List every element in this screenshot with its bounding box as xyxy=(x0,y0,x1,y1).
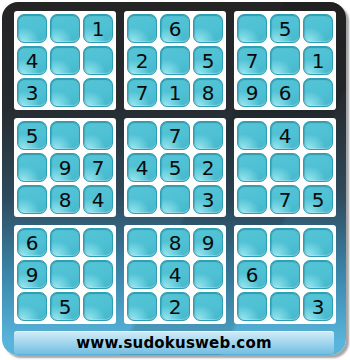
sudoku-cell[interactable] xyxy=(17,14,47,43)
website-url: www.sudokusweb.com xyxy=(76,334,271,352)
sudoku-cell[interactable] xyxy=(303,14,333,43)
sudoku-cell[interactable] xyxy=(160,185,190,214)
sudoku-cell[interactable] xyxy=(160,46,190,75)
sudoku-cell[interactable] xyxy=(303,153,333,182)
sudoku-cell[interactable] xyxy=(193,292,223,321)
sudoku-cell[interactable] xyxy=(270,153,300,182)
sudoku-box: 695 xyxy=(14,225,116,324)
sudoku-cell[interactable] xyxy=(127,260,157,289)
sudoku-cell-given[interactable]: 8 xyxy=(193,78,223,107)
sudoku-box: 57196 xyxy=(234,11,336,110)
sudoku-cell[interactable] xyxy=(237,121,267,150)
sudoku-cell[interactable] xyxy=(237,185,267,214)
sudoku-cell-given[interactable]: 3 xyxy=(303,292,333,321)
sudoku-cell-given[interactable]: 1 xyxy=(83,14,113,43)
sudoku-cell[interactable] xyxy=(270,260,300,289)
sudoku-cell-given[interactable]: 6 xyxy=(237,260,267,289)
sudoku-cell[interactable] xyxy=(50,228,80,257)
board-frame: 143625718571965978474523475695894263 www… xyxy=(2,2,346,355)
sudoku-cell[interactable] xyxy=(83,121,113,150)
sudoku-cell-given[interactable]: 4 xyxy=(83,185,113,214)
sudoku-cell[interactable] xyxy=(50,78,80,107)
sudoku-cell[interactable] xyxy=(237,292,267,321)
sudoku-cell-given[interactable]: 5 xyxy=(303,185,333,214)
sudoku-cell[interactable] xyxy=(270,46,300,75)
sudoku-cell[interactable] xyxy=(237,153,267,182)
sudoku-cell-given[interactable]: 2 xyxy=(193,153,223,182)
sudoku-cell[interactable] xyxy=(127,121,157,150)
footer-bar: www.sudokusweb.com xyxy=(14,331,334,354)
sudoku-cell-given[interactable]: 6 xyxy=(270,78,300,107)
sudoku-cell[interactable] xyxy=(303,228,333,257)
sudoku-cell[interactable] xyxy=(127,185,157,214)
sudoku-cell-given[interactable]: 1 xyxy=(160,78,190,107)
sudoku-cell[interactable] xyxy=(50,260,80,289)
sudoku-cell-given[interactable]: 4 xyxy=(160,260,190,289)
sudoku-cell[interactable] xyxy=(83,292,113,321)
sudoku-cell[interactable] xyxy=(50,14,80,43)
sudoku-cell[interactable] xyxy=(303,260,333,289)
sudoku-cell[interactable] xyxy=(127,14,157,43)
sudoku-cell-given[interactable]: 7 xyxy=(237,46,267,75)
sudoku-cell-given[interactable]: 7 xyxy=(83,153,113,182)
sudoku-cell[interactable] xyxy=(237,228,267,257)
sudoku-cell[interactable] xyxy=(17,153,47,182)
sudoku-box: 625718 xyxy=(124,11,226,110)
sudoku-cell-given[interactable]: 8 xyxy=(50,185,80,214)
sudoku-box: 143 xyxy=(14,11,116,110)
sudoku-cell-given[interactable]: 8 xyxy=(160,228,190,257)
sudoku-cell[interactable] xyxy=(83,228,113,257)
sudoku-cell[interactable] xyxy=(83,260,113,289)
sudoku-cell[interactable] xyxy=(270,228,300,257)
sudoku-cell[interactable] xyxy=(270,292,300,321)
sudoku-cell[interactable] xyxy=(193,121,223,150)
sudoku-cell-given[interactable]: 2 xyxy=(127,46,157,75)
sudoku-widget: 143625718571965978474523475695894263 www… xyxy=(0,0,350,360)
sudoku-cell[interactable] xyxy=(50,121,80,150)
sudoku-cell[interactable] xyxy=(83,46,113,75)
sudoku-cell[interactable] xyxy=(303,121,333,150)
sudoku-cell[interactable] xyxy=(303,78,333,107)
sudoku-board: 143625718571965978474523475695894263 xyxy=(14,11,334,324)
sudoku-box: 59784 xyxy=(14,118,116,217)
sudoku-cell[interactable] xyxy=(193,14,223,43)
sudoku-box: 63 xyxy=(234,225,336,324)
sudoku-cell[interactable] xyxy=(50,46,80,75)
sudoku-box: 8942 xyxy=(124,225,226,324)
sudoku-cell-given[interactable]: 5 xyxy=(17,121,47,150)
sudoku-cell-given[interactable]: 9 xyxy=(50,153,80,182)
sudoku-cell-given[interactable]: 9 xyxy=(17,260,47,289)
sudoku-cell-given[interactable]: 2 xyxy=(160,292,190,321)
sudoku-cell-given[interactable]: 1 xyxy=(303,46,333,75)
sudoku-cell[interactable] xyxy=(83,78,113,107)
sudoku-cell-given[interactable]: 4 xyxy=(17,46,47,75)
sudoku-cell-given[interactable]: 5 xyxy=(50,292,80,321)
sudoku-cell-given[interactable]: 5 xyxy=(160,153,190,182)
sudoku-cell-given[interactable]: 7 xyxy=(160,121,190,150)
sudoku-box: 74523 xyxy=(124,118,226,217)
sudoku-cell-given[interactable]: 6 xyxy=(160,14,190,43)
sudoku-cell[interactable] xyxy=(17,185,47,214)
sudoku-box: 475 xyxy=(234,118,336,217)
sudoku-cell-given[interactable]: 7 xyxy=(127,78,157,107)
sudoku-cell-given[interactable]: 4 xyxy=(270,121,300,150)
sudoku-cell-given[interactable]: 5 xyxy=(193,46,223,75)
sudoku-cell[interactable] xyxy=(237,14,267,43)
sudoku-cell-given[interactable]: 9 xyxy=(237,78,267,107)
sudoku-cell-given[interactable]: 3 xyxy=(17,78,47,107)
sudoku-cell-given[interactable]: 5 xyxy=(270,14,300,43)
sudoku-cell[interactable] xyxy=(193,260,223,289)
sudoku-cell-given[interactable]: 9 xyxy=(193,228,223,257)
sudoku-cell[interactable] xyxy=(17,292,47,321)
sudoku-cell-given[interactable]: 7 xyxy=(270,185,300,214)
sudoku-cell[interactable] xyxy=(127,228,157,257)
sudoku-cell-given[interactable]: 3 xyxy=(193,185,223,214)
sudoku-cell-given[interactable]: 6 xyxy=(17,228,47,257)
sudoku-cell[interactable] xyxy=(127,292,157,321)
sudoku-cell-given[interactable]: 4 xyxy=(127,153,157,182)
